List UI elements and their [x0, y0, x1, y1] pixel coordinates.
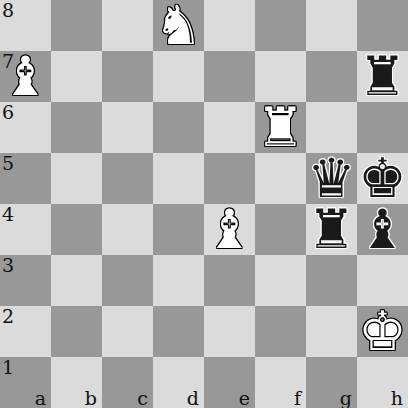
square-h1[interactable]: h — [357, 357, 408, 408]
square-a5[interactable]: 5 — [0, 153, 51, 204]
square-f1[interactable]: f — [255, 357, 306, 408]
square-d5[interactable] — [153, 153, 204, 204]
square-d1[interactable]: d — [153, 357, 204, 408]
file-label-a: a — [35, 389, 46, 408]
square-b4[interactable] — [51, 204, 102, 255]
square-g4[interactable]: ♜ — [306, 204, 357, 255]
square-d2[interactable] — [153, 306, 204, 357]
square-c8[interactable] — [102, 0, 153, 51]
square-f8[interactable] — [255, 0, 306, 51]
square-f5[interactable] — [255, 153, 306, 204]
square-e6[interactable] — [204, 102, 255, 153]
rank-label-1: 1 — [2, 358, 14, 377]
square-h8[interactable] — [357, 0, 408, 51]
rank-label-8: 8 — [2, 1, 14, 20]
square-c7[interactable] — [102, 51, 153, 102]
square-g3[interactable] — [306, 255, 357, 306]
square-d6[interactable] — [153, 102, 204, 153]
square-b3[interactable] — [51, 255, 102, 306]
black-bishop-h4[interactable]: ♝ — [358, 204, 406, 255]
white-bishop-a7[interactable]: ♝ — [1, 51, 49, 102]
square-h6[interactable] — [357, 102, 408, 153]
square-a7[interactable]: 7♝ — [0, 51, 51, 102]
square-a3[interactable]: 3 — [0, 255, 51, 306]
square-b6[interactable] — [51, 102, 102, 153]
square-e1[interactable]: e — [204, 357, 255, 408]
square-f3[interactable] — [255, 255, 306, 306]
square-c4[interactable] — [102, 204, 153, 255]
square-b5[interactable] — [51, 153, 102, 204]
file-label-e: e — [239, 389, 250, 408]
square-b1[interactable]: b — [51, 357, 102, 408]
white-knight-d8[interactable]: ♞ — [154, 0, 202, 51]
square-e8[interactable] — [204, 0, 255, 51]
square-b8[interactable] — [51, 0, 102, 51]
square-g6[interactable] — [306, 102, 357, 153]
square-g1[interactable]: g — [306, 357, 357, 408]
rank-label-2: 2 — [2, 307, 14, 326]
file-label-b: b — [85, 389, 97, 408]
square-h2[interactable]: ♚ — [357, 306, 408, 357]
file-label-d: d — [187, 389, 199, 408]
square-f4[interactable] — [255, 204, 306, 255]
square-a8[interactable]: 8 — [0, 0, 51, 51]
black-rook-g4[interactable]: ♜ — [307, 204, 355, 255]
black-queen-g5[interactable]: ♛ — [307, 153, 355, 204]
square-c6[interactable] — [102, 102, 153, 153]
square-g7[interactable] — [306, 51, 357, 102]
rank-label-5: 5 — [2, 154, 14, 173]
square-c2[interactable] — [102, 306, 153, 357]
square-b2[interactable] — [51, 306, 102, 357]
square-e7[interactable] — [204, 51, 255, 102]
square-a2[interactable]: 2 — [0, 306, 51, 357]
file-label-g: g — [340, 389, 352, 408]
square-h7[interactable]: ♜ — [357, 51, 408, 102]
square-c5[interactable] — [102, 153, 153, 204]
square-h3[interactable] — [357, 255, 408, 306]
square-c3[interactable] — [102, 255, 153, 306]
file-label-f: f — [294, 389, 301, 408]
square-f6[interactable]: ♜ — [255, 102, 306, 153]
white-king-h2[interactable]: ♚ — [358, 306, 406, 357]
square-g5[interactable]: ♛ — [306, 153, 357, 204]
square-f2[interactable] — [255, 306, 306, 357]
square-d3[interactable] — [153, 255, 204, 306]
white-rook-f6[interactable]: ♜ — [256, 102, 304, 153]
black-king-h5[interactable]: ♚ — [358, 153, 406, 204]
chess-board: 8♞7♝♜6♜5♛♚4♝♜♝32♚1abcdefgh — [0, 0, 408, 408]
rank-label-3: 3 — [2, 256, 14, 275]
black-rook-h7[interactable]: ♜ — [358, 51, 406, 102]
white-bishop-e4[interactable]: ♝ — [205, 204, 253, 255]
square-h5[interactable]: ♚ — [357, 153, 408, 204]
rank-label-4: 4 — [2, 205, 14, 224]
square-c1[interactable]: c — [102, 357, 153, 408]
square-g2[interactable] — [306, 306, 357, 357]
square-e2[interactable] — [204, 306, 255, 357]
square-d8[interactable]: ♞ — [153, 0, 204, 51]
square-a4[interactable]: 4 — [0, 204, 51, 255]
square-e3[interactable] — [204, 255, 255, 306]
square-a6[interactable]: 6 — [0, 102, 51, 153]
square-e5[interactable] — [204, 153, 255, 204]
square-d4[interactable] — [153, 204, 204, 255]
square-g8[interactable] — [306, 0, 357, 51]
square-f7[interactable] — [255, 51, 306, 102]
square-d7[interactable] — [153, 51, 204, 102]
square-e4[interactable]: ♝ — [204, 204, 255, 255]
square-h4[interactable]: ♝ — [357, 204, 408, 255]
square-a1[interactable]: 1a — [0, 357, 51, 408]
file-label-h: h — [391, 389, 403, 408]
square-b7[interactable] — [51, 51, 102, 102]
file-label-c: c — [137, 389, 148, 408]
